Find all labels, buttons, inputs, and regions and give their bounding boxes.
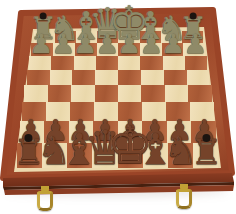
piece-brass-pawn-h7[interactable]: ♟ — [183, 31, 207, 57]
piece-brass-pawn-c7[interactable]: ♟ — [73, 31, 97, 57]
square-h4[interactable] — [188, 85, 211, 102]
piece-brass-pawn-f7[interactable]: ♟ — [139, 31, 163, 57]
piece-brass-pawn-g7[interactable]: ♟ — [161, 31, 185, 57]
right-clasp-icon — [176, 189, 192, 209]
piece-brass-pawn-b7[interactable]: ♟ — [51, 31, 75, 57]
rook-dark-finial — [190, 13, 197, 20]
piece-copper-rook-h1[interactable]: ♜ — [191, 135, 222, 170]
square-c5[interactable] — [72, 70, 95, 85]
square-g4[interactable] — [165, 85, 188, 102]
square-g5[interactable] — [164, 70, 187, 85]
rook-dark-finial — [40, 13, 47, 20]
square-a4[interactable] — [24, 85, 47, 102]
square-c4[interactable] — [71, 85, 94, 102]
rook-dark-finial — [25, 134, 33, 142]
square-b5[interactable] — [50, 70, 73, 85]
piece-brass-pawn-e7[interactable]: ♟ — [117, 31, 141, 57]
left-clasp-icon — [37, 191, 53, 211]
square-e5[interactable] — [118, 70, 141, 85]
square-f4[interactable] — [141, 85, 164, 102]
square-h5[interactable] — [187, 70, 210, 85]
square-a5[interactable] — [27, 70, 50, 85]
square-d4[interactable] — [95, 85, 118, 102]
square-d5[interactable] — [95, 70, 118, 85]
square-b4[interactable] — [48, 85, 71, 102]
rook-dark-finial — [202, 134, 210, 142]
square-f5[interactable] — [141, 70, 164, 85]
square-e4[interactable] — [118, 85, 141, 102]
rank-4 — [24, 85, 211, 102]
piece-brass-pawn-a7[interactable]: ♟ — [29, 31, 53, 57]
piece-brass-pawn-d7[interactable]: ♟ — [95, 31, 119, 57]
rank-5 — [27, 70, 210, 85]
chess-set-photo: ♜♞♝♛♚♝♞♜♟♟♟♟♟♟♟♟♟♟♟♟♟♟♟♟♜♞♝♛♚♝♞♜ — [0, 0, 236, 214]
